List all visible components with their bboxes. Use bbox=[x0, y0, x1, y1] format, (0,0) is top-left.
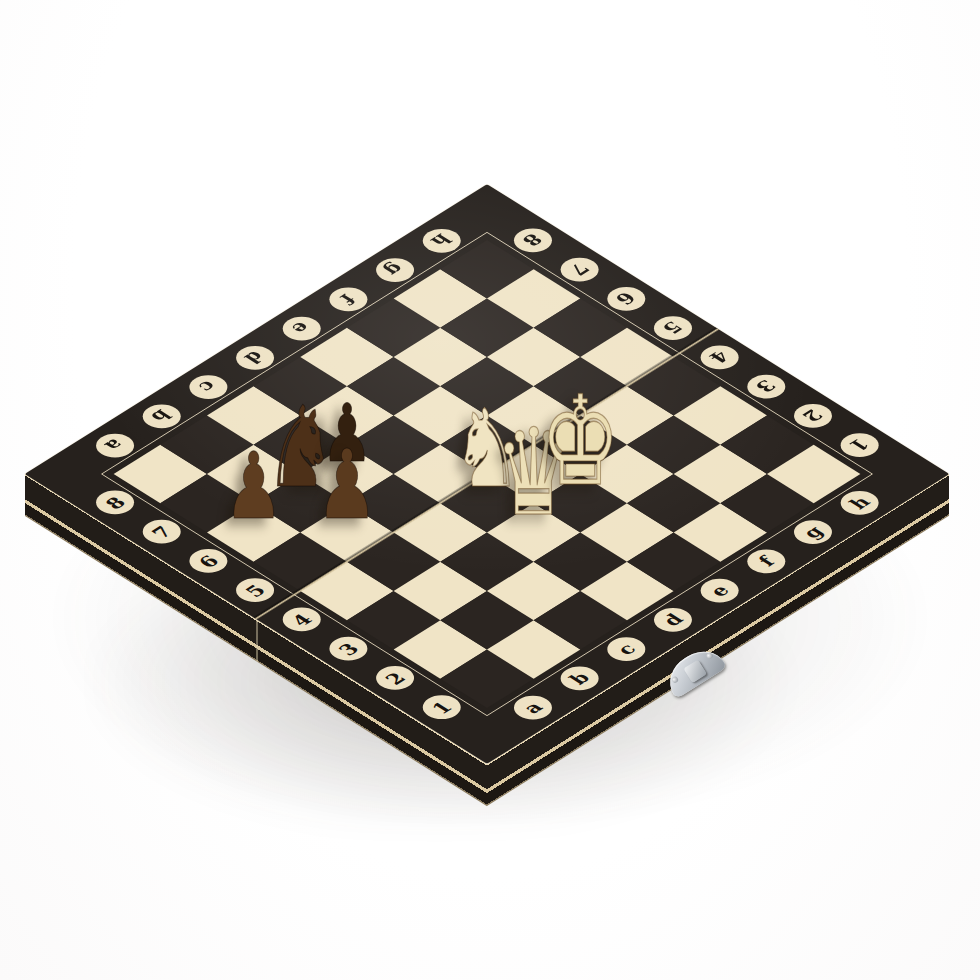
white-king-glyph: ♚ bbox=[540, 379, 620, 503]
black-pawn-glyph: ♟ bbox=[316, 437, 378, 533]
product-photo-scene: aa88bb77cc66dd55ee44ff33gg22hh11 ♟♞♟♟♞♛♚ bbox=[0, 0, 980, 980]
